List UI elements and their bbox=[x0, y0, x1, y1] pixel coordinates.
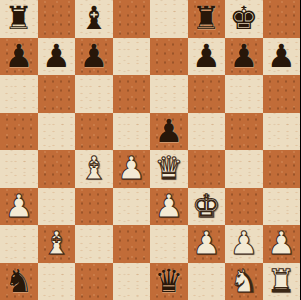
square-h3[interactable] bbox=[263, 188, 301, 226]
chess-board: ♜♝♜♚♟♟♟♟♟♟♟♝♟♛♟♟♚♝♟♟♟♞♛♞♜ bbox=[0, 0, 300, 300]
square-a2[interactable] bbox=[0, 225, 38, 263]
square-f8[interactable]: ♜ bbox=[188, 0, 226, 38]
piece-white-pawn[interactable]: ♟ bbox=[225, 225, 263, 263]
square-g1[interactable]: ♞ bbox=[225, 263, 263, 300]
square-e4[interactable]: ♛ bbox=[150, 150, 188, 188]
piece-black-bishop[interactable]: ♝ bbox=[75, 0, 113, 38]
square-f5[interactable] bbox=[188, 113, 226, 151]
piece-white-king[interactable]: ♚ bbox=[188, 188, 226, 226]
square-h7[interactable]: ♟ bbox=[263, 38, 301, 76]
square-d8[interactable] bbox=[113, 0, 151, 38]
square-g3[interactable] bbox=[225, 188, 263, 226]
square-a3[interactable]: ♟ bbox=[0, 188, 38, 226]
square-c4[interactable]: ♝ bbox=[75, 150, 113, 188]
square-f4[interactable] bbox=[188, 150, 226, 188]
square-d7[interactable] bbox=[113, 38, 151, 76]
piece-black-king[interactable]: ♚ bbox=[225, 0, 263, 38]
square-d6[interactable] bbox=[113, 75, 151, 113]
square-c8[interactable]: ♝ bbox=[75, 0, 113, 38]
square-e2[interactable] bbox=[150, 225, 188, 263]
square-h8[interactable] bbox=[263, 0, 301, 38]
piece-white-rook[interactable]: ♜ bbox=[263, 263, 301, 300]
square-f3[interactable]: ♚ bbox=[188, 188, 226, 226]
square-b3[interactable] bbox=[38, 188, 76, 226]
square-g5[interactable] bbox=[225, 113, 263, 151]
piece-black-pawn[interactable]: ♟ bbox=[263, 38, 301, 76]
square-d2[interactable] bbox=[113, 225, 151, 263]
square-h5[interactable] bbox=[263, 113, 301, 151]
piece-white-pawn[interactable]: ♟ bbox=[150, 188, 188, 226]
square-h6[interactable] bbox=[263, 75, 301, 113]
piece-black-pawn[interactable]: ♟ bbox=[188, 38, 226, 76]
piece-black-pawn[interactable]: ♟ bbox=[150, 113, 188, 151]
square-h4[interactable] bbox=[263, 150, 301, 188]
square-b1[interactable] bbox=[38, 263, 76, 300]
square-b6[interactable] bbox=[38, 75, 76, 113]
square-e8[interactable] bbox=[150, 0, 188, 38]
square-g7[interactable]: ♟ bbox=[225, 38, 263, 76]
piece-black-pawn[interactable]: ♟ bbox=[0, 38, 38, 76]
piece-black-knight[interactable]: ♞ bbox=[0, 263, 38, 300]
piece-black-pawn[interactable]: ♟ bbox=[75, 38, 113, 76]
piece-black-queen[interactable]: ♛ bbox=[150, 263, 188, 300]
square-b4[interactable] bbox=[38, 150, 76, 188]
square-h2[interactable]: ♟ bbox=[263, 225, 301, 263]
square-g8[interactable]: ♚ bbox=[225, 0, 263, 38]
piece-white-pawn[interactable]: ♟ bbox=[113, 150, 151, 188]
square-h1[interactable]: ♜ bbox=[263, 263, 301, 300]
square-a8[interactable]: ♜ bbox=[0, 0, 38, 38]
piece-white-knight[interactable]: ♞ bbox=[225, 263, 263, 300]
piece-white-pawn[interactable]: ♟ bbox=[0, 188, 38, 226]
square-c7[interactable]: ♟ bbox=[75, 38, 113, 76]
piece-white-bishop[interactable]: ♝ bbox=[75, 150, 113, 188]
square-f6[interactable] bbox=[188, 75, 226, 113]
square-c1[interactable] bbox=[75, 263, 113, 300]
square-e7[interactable] bbox=[150, 38, 188, 76]
piece-white-bishop[interactable]: ♝ bbox=[38, 225, 76, 263]
square-a6[interactable] bbox=[0, 75, 38, 113]
square-b8[interactable] bbox=[38, 0, 76, 38]
square-d3[interactable] bbox=[113, 188, 151, 226]
square-c5[interactable] bbox=[75, 113, 113, 151]
piece-black-rook[interactable]: ♜ bbox=[0, 0, 38, 38]
piece-black-pawn[interactable]: ♟ bbox=[38, 38, 76, 76]
square-e1[interactable]: ♛ bbox=[150, 263, 188, 300]
square-g6[interactable] bbox=[225, 75, 263, 113]
piece-black-pawn[interactable]: ♟ bbox=[225, 38, 263, 76]
square-d4[interactable]: ♟ bbox=[113, 150, 151, 188]
square-g4[interactable] bbox=[225, 150, 263, 188]
square-g2[interactable]: ♟ bbox=[225, 225, 263, 263]
square-f2[interactable]: ♟ bbox=[188, 225, 226, 263]
square-d5[interactable] bbox=[113, 113, 151, 151]
square-a4[interactable] bbox=[0, 150, 38, 188]
square-f7[interactable]: ♟ bbox=[188, 38, 226, 76]
piece-black-rook[interactable]: ♜ bbox=[188, 0, 226, 38]
square-b5[interactable] bbox=[38, 113, 76, 151]
square-b2[interactable]: ♝ bbox=[38, 225, 76, 263]
square-c6[interactable] bbox=[75, 75, 113, 113]
square-b7[interactable]: ♟ bbox=[38, 38, 76, 76]
square-a1[interactable]: ♞ bbox=[0, 263, 38, 300]
square-a5[interactable] bbox=[0, 113, 38, 151]
piece-white-pawn[interactable]: ♟ bbox=[188, 225, 226, 263]
piece-white-pawn[interactable]: ♟ bbox=[263, 225, 301, 263]
square-c2[interactable] bbox=[75, 225, 113, 263]
square-f1[interactable] bbox=[188, 263, 226, 300]
square-e5[interactable]: ♟ bbox=[150, 113, 188, 151]
square-e3[interactable]: ♟ bbox=[150, 188, 188, 226]
square-d1[interactable] bbox=[113, 263, 151, 300]
square-c3[interactable] bbox=[75, 188, 113, 226]
square-a7[interactable]: ♟ bbox=[0, 38, 38, 76]
square-e6[interactable] bbox=[150, 75, 188, 113]
piece-white-queen[interactable]: ♛ bbox=[150, 150, 188, 188]
